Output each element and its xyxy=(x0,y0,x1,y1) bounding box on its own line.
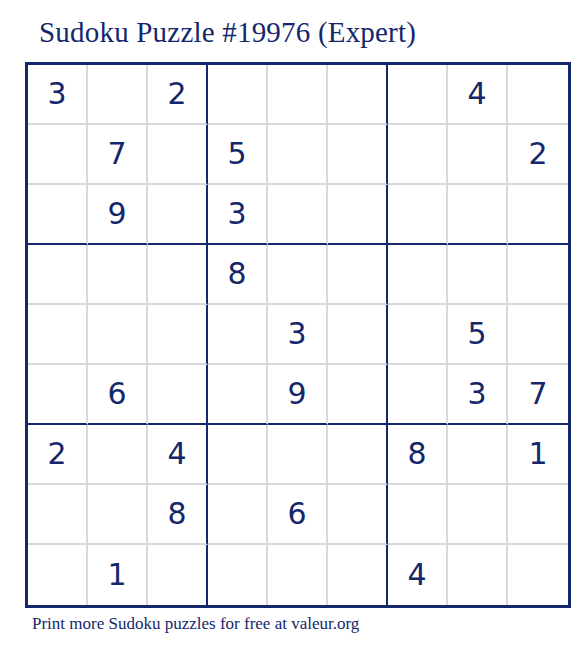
cell-r4c4[interactable]: 8 xyxy=(208,245,268,305)
cell-r9c7[interactable]: 4 xyxy=(388,545,448,605)
cell-r6c5[interactable]: 9 xyxy=(268,365,328,425)
cell-r2c7[interactable] xyxy=(388,125,448,185)
cell-r4c6[interactable] xyxy=(328,245,388,305)
page: { "game": "sudoku", "title": "Sudoku Puz… xyxy=(0,0,580,651)
page-title: Sudoku Puzzle #19976 (Expert) xyxy=(39,16,416,49)
cell-r7c3[interactable]: 4 xyxy=(148,425,208,485)
cell-r7c1[interactable]: 2 xyxy=(28,425,88,485)
cell-r6c1[interactable] xyxy=(28,365,88,425)
cell-r3c8[interactable] xyxy=(448,185,508,245)
cell-r1c7[interactable] xyxy=(388,65,448,125)
cell-r6c4[interactable] xyxy=(208,365,268,425)
cell-r8c4[interactable] xyxy=(208,485,268,545)
cell-r2c2[interactable]: 7 xyxy=(88,125,148,185)
cell-r6c3[interactable] xyxy=(148,365,208,425)
cell-r9c2[interactable]: 1 xyxy=(88,545,148,605)
cell-r8c2[interactable] xyxy=(88,485,148,545)
cell-r5c9[interactable] xyxy=(508,305,568,365)
cell-r9c8[interactable] xyxy=(448,545,508,605)
cell-r6c2[interactable]: 6 xyxy=(88,365,148,425)
cell-r7c8[interactable] xyxy=(448,425,508,485)
cell-r9c5[interactable] xyxy=(268,545,328,605)
cell-r3c9[interactable] xyxy=(508,185,568,245)
cell-r3c2[interactable]: 9 xyxy=(88,185,148,245)
cell-r3c5[interactable] xyxy=(268,185,328,245)
cell-r1c9[interactable] xyxy=(508,65,568,125)
cell-r3c3[interactable] xyxy=(148,185,208,245)
cell-r1c5[interactable] xyxy=(268,65,328,125)
cell-r4c9[interactable] xyxy=(508,245,568,305)
cell-r8c8[interactable] xyxy=(448,485,508,545)
cell-r5c4[interactable] xyxy=(208,305,268,365)
cell-r5c2[interactable] xyxy=(88,305,148,365)
cell-r4c1[interactable] xyxy=(28,245,88,305)
cell-r9c9[interactable] xyxy=(508,545,568,605)
cell-r7c7[interactable]: 8 xyxy=(388,425,448,485)
cell-r1c8[interactable]: 4 xyxy=(448,65,508,125)
cell-r8c5[interactable]: 6 xyxy=(268,485,328,545)
cell-r7c6[interactable] xyxy=(328,425,388,485)
cell-r4c2[interactable] xyxy=(88,245,148,305)
cell-r8c7[interactable] xyxy=(388,485,448,545)
cell-r5c8[interactable]: 5 xyxy=(448,305,508,365)
sudoku-board: 32475293835693724818614 xyxy=(25,62,571,608)
cell-r3c1[interactable] xyxy=(28,185,88,245)
cell-r8c1[interactable] xyxy=(28,485,88,545)
cell-r5c5[interactable]: 3 xyxy=(268,305,328,365)
cell-r8c9[interactable] xyxy=(508,485,568,545)
cell-r7c4[interactable] xyxy=(208,425,268,485)
cell-r6c7[interactable] xyxy=(388,365,448,425)
cell-r7c2[interactable] xyxy=(88,425,148,485)
cell-r6c8[interactable]: 3 xyxy=(448,365,508,425)
cell-r8c3[interactable]: 8 xyxy=(148,485,208,545)
cell-r9c3[interactable] xyxy=(148,545,208,605)
cell-r3c4[interactable]: 3 xyxy=(208,185,268,245)
cell-r2c9[interactable]: 2 xyxy=(508,125,568,185)
cell-r9c1[interactable] xyxy=(28,545,88,605)
cell-r7c9[interactable]: 1 xyxy=(508,425,568,485)
cell-r1c6[interactable] xyxy=(328,65,388,125)
cell-r5c6[interactable] xyxy=(328,305,388,365)
cell-r9c6[interactable] xyxy=(328,545,388,605)
cell-r8c6[interactable] xyxy=(328,485,388,545)
cell-r1c2[interactable] xyxy=(88,65,148,125)
cell-r1c1[interactable]: 3 xyxy=(28,65,88,125)
cell-r4c5[interactable] xyxy=(268,245,328,305)
cell-r2c3[interactable] xyxy=(148,125,208,185)
cell-r3c7[interactable] xyxy=(388,185,448,245)
cell-r1c3[interactable]: 2 xyxy=(148,65,208,125)
cell-r4c3[interactable] xyxy=(148,245,208,305)
cell-r4c8[interactable] xyxy=(448,245,508,305)
cell-r2c5[interactable] xyxy=(268,125,328,185)
cell-r2c6[interactable] xyxy=(328,125,388,185)
cell-r6c6[interactable] xyxy=(328,365,388,425)
footer-text: Print more Sudoku puzzles for free at va… xyxy=(32,614,359,634)
cell-r6c9[interactable]: 7 xyxy=(508,365,568,425)
cell-r3c6[interactable] xyxy=(328,185,388,245)
cell-r5c7[interactable] xyxy=(388,305,448,365)
cell-r7c5[interactable] xyxy=(268,425,328,485)
cell-r4c7[interactable] xyxy=(388,245,448,305)
cell-r5c3[interactable] xyxy=(148,305,208,365)
cell-r2c1[interactable] xyxy=(28,125,88,185)
cell-r2c4[interactable]: 5 xyxy=(208,125,268,185)
cell-r1c4[interactable] xyxy=(208,65,268,125)
cell-r5c1[interactable] xyxy=(28,305,88,365)
cell-r9c4[interactable] xyxy=(208,545,268,605)
cell-r2c8[interactable] xyxy=(448,125,508,185)
